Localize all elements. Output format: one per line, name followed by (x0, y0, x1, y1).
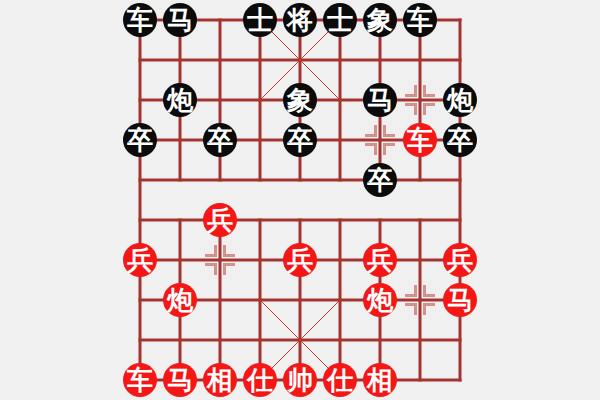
piece-red-pawn[interactable]: 兵 (363, 243, 397, 277)
piece-red-cannon[interactable]: 炮 (363, 283, 397, 317)
piece-red-pawn[interactable]: 兵 (443, 243, 477, 277)
marker-corner-br (423, 103, 435, 115)
marker-corner-tr (223, 245, 235, 257)
piece-red-general[interactable]: 帅 (283, 363, 317, 397)
xiangqi-board: 车马士将士象车炮象马炮卒卒卒卒卒车兵兵兵兵兵炮炮马车马相仕帅仕相 (0, 0, 600, 400)
piece-black-horse[interactable]: 马 (163, 3, 197, 37)
marker-corner-tl (205, 245, 217, 257)
piece-red-pawn[interactable]: 兵 (283, 243, 317, 277)
piece-black-horse[interactable]: 马 (363, 83, 397, 117)
marker-corner-tr (423, 85, 435, 97)
last-move-marker (405, 285, 435, 315)
marker-corner-tr (423, 285, 435, 297)
marker-corner-tl (365, 125, 377, 137)
piece-red-advisor[interactable]: 仕 (323, 363, 357, 397)
piece-black-pawn[interactable]: 卒 (283, 123, 317, 157)
piece-red-pawn[interactable]: 兵 (203, 203, 237, 237)
piece-black-pawn[interactable]: 卒 (123, 123, 157, 157)
marker-corner-br (423, 303, 435, 315)
piece-black-elephant[interactable]: 象 (363, 3, 397, 37)
marker-corner-bl (405, 303, 417, 315)
piece-red-horse[interactable]: 马 (443, 283, 477, 317)
marker-corner-br (223, 263, 235, 275)
piece-red-advisor[interactable]: 仕 (243, 363, 277, 397)
last-move-marker (365, 125, 395, 155)
piece-black-advisor[interactable]: 士 (243, 3, 277, 37)
piece-black-cannon[interactable]: 炮 (163, 83, 197, 117)
piece-black-chariot[interactable]: 车 (123, 3, 157, 37)
piece-red-horse[interactable]: 马 (163, 363, 197, 397)
piece-red-elephant[interactable]: 相 (203, 363, 237, 397)
piece-black-pawn[interactable]: 卒 (443, 123, 477, 157)
piece-red-cannon[interactable]: 炮 (163, 283, 197, 317)
piece-black-general[interactable]: 将 (283, 3, 317, 37)
piece-grid: 车马士将士象车炮象马炮卒卒卒卒卒车兵兵兵兵兵炮炮马车马相仕帅仕相 (120, 0, 480, 400)
marker-corner-tr (383, 125, 395, 137)
piece-red-pawn[interactable]: 兵 (123, 243, 157, 277)
piece-black-cannon[interactable]: 炮 (443, 83, 477, 117)
last-move-marker (405, 85, 435, 115)
marker-corner-br (383, 143, 395, 155)
marker-corner-tl (405, 285, 417, 297)
piece-black-elephant[interactable]: 象 (283, 83, 317, 117)
piece-red-chariot[interactable]: 车 (123, 363, 157, 397)
piece-black-pawn[interactable]: 卒 (203, 123, 237, 157)
marker-corner-bl (405, 103, 417, 115)
marker-corner-bl (365, 143, 377, 155)
marker-corner-bl (205, 263, 217, 275)
piece-black-chariot[interactable]: 车 (403, 3, 437, 37)
piece-black-advisor[interactable]: 士 (323, 3, 357, 37)
piece-red-chariot[interactable]: 车 (403, 123, 437, 157)
marker-corner-tl (405, 85, 417, 97)
piece-black-pawn[interactable]: 卒 (363, 163, 397, 197)
piece-red-elephant[interactable]: 相 (363, 363, 397, 397)
last-move-marker (205, 245, 235, 275)
